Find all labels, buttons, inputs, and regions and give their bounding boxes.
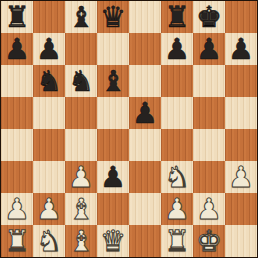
square-d7[interactable]: [97, 33, 129, 65]
white-king-g1[interactable]: ♚: [193, 225, 225, 257]
square-f7[interactable]: ♟: [161, 33, 193, 65]
black-knight-b6[interactable]: ♞: [33, 65, 65, 97]
square-d8[interactable]: ♛: [97, 1, 129, 33]
square-g1[interactable]: ♚: [193, 225, 225, 257]
square-e2[interactable]: [129, 193, 161, 225]
square-a8[interactable]: ♜: [1, 1, 33, 33]
square-e7[interactable]: [129, 33, 161, 65]
square-h4[interactable]: [225, 129, 257, 161]
white-pawn-c3[interactable]: ♟: [65, 161, 97, 193]
square-g4[interactable]: [193, 129, 225, 161]
white-pawn-f2[interactable]: ♟: [161, 193, 193, 225]
white-bishop-c2[interactable]: ♝: [65, 193, 97, 225]
black-rook-a8[interactable]: ♜: [1, 1, 33, 33]
square-b3[interactable]: [33, 161, 65, 193]
square-a4[interactable]: [1, 129, 33, 161]
black-pawn-e5[interactable]: ♟: [129, 97, 161, 129]
black-pawn-g7[interactable]: ♟: [193, 33, 225, 65]
square-f6[interactable]: [161, 65, 193, 97]
chess-board-window: ♜♝♛♜♚♟♟♟♟♟♞♞♝♟♟♟♞♟♟♟♝♟♟♜♞♝♛♜♚: [0, 0, 258, 258]
square-d6[interactable]: ♝: [97, 65, 129, 97]
square-f3[interactable]: ♞: [161, 161, 193, 193]
square-a6[interactable]: [1, 65, 33, 97]
black-bishop-c8[interactable]: ♝: [65, 1, 97, 33]
square-c5[interactable]: [65, 97, 97, 129]
black-king-g8[interactable]: ♚: [193, 1, 225, 33]
white-rook-f1[interactable]: ♜: [161, 225, 193, 257]
white-knight-b1[interactable]: ♞: [33, 225, 65, 257]
square-e1[interactable]: [129, 225, 161, 257]
square-b5[interactable]: [33, 97, 65, 129]
white-bishop-c1[interactable]: ♝: [65, 225, 97, 257]
square-d5[interactable]: [97, 97, 129, 129]
black-pawn-f7[interactable]: ♟: [161, 33, 193, 65]
square-e8[interactable]: [129, 1, 161, 33]
square-g5[interactable]: [193, 97, 225, 129]
square-h6[interactable]: [225, 65, 257, 97]
square-h3[interactable]: ♟: [225, 161, 257, 193]
white-pawn-a2[interactable]: ♟: [1, 193, 33, 225]
square-c4[interactable]: [65, 129, 97, 161]
square-d1[interactable]: ♛: [97, 225, 129, 257]
square-c7[interactable]: [65, 33, 97, 65]
white-rook-a1[interactable]: ♜: [1, 225, 33, 257]
square-e5[interactable]: ♟: [129, 97, 161, 129]
square-a3[interactable]: [1, 161, 33, 193]
square-f8[interactable]: ♜: [161, 1, 193, 33]
square-h5[interactable]: [225, 97, 257, 129]
white-knight-f3[interactable]: ♞: [161, 161, 193, 193]
square-b7[interactable]: ♟: [33, 33, 65, 65]
square-a1[interactable]: ♜: [1, 225, 33, 257]
square-f2[interactable]: ♟: [161, 193, 193, 225]
square-c2[interactable]: ♝: [65, 193, 97, 225]
square-g8[interactable]: ♚: [193, 1, 225, 33]
black-pawn-h7[interactable]: ♟: [225, 33, 257, 65]
square-h1[interactable]: [225, 225, 257, 257]
square-b8[interactable]: [33, 1, 65, 33]
square-a2[interactable]: ♟: [1, 193, 33, 225]
square-g2[interactable]: ♟: [193, 193, 225, 225]
black-rook-f8[interactable]: ♜: [161, 1, 193, 33]
square-b6[interactable]: ♞: [33, 65, 65, 97]
black-knight-c6[interactable]: ♞: [65, 65, 97, 97]
square-f1[interactable]: ♜: [161, 225, 193, 257]
square-a5[interactable]: [1, 97, 33, 129]
black-pawn-b7[interactable]: ♟: [33, 33, 65, 65]
square-g6[interactable]: [193, 65, 225, 97]
square-g7[interactable]: ♟: [193, 33, 225, 65]
white-queen-d1[interactable]: ♛: [97, 225, 129, 257]
square-d2[interactable]: [97, 193, 129, 225]
square-h7[interactable]: ♟: [225, 33, 257, 65]
black-pawn-d3[interactable]: ♟: [97, 161, 129, 193]
square-f4[interactable]: [161, 129, 193, 161]
white-pawn-g2[interactable]: ♟: [193, 193, 225, 225]
black-pawn-a7[interactable]: ♟: [1, 33, 33, 65]
square-h8[interactable]: [225, 1, 257, 33]
square-b1[interactable]: ♞: [33, 225, 65, 257]
square-d4[interactable]: [97, 129, 129, 161]
square-e4[interactable]: [129, 129, 161, 161]
square-h2[interactable]: [225, 193, 257, 225]
white-pawn-h3[interactable]: ♟: [225, 161, 257, 193]
square-d3[interactable]: ♟: [97, 161, 129, 193]
black-bishop-d6[interactable]: ♝: [97, 65, 129, 97]
square-c6[interactable]: ♞: [65, 65, 97, 97]
square-c3[interactable]: ♟: [65, 161, 97, 193]
white-pawn-b2[interactable]: ♟: [33, 193, 65, 225]
square-e6[interactable]: [129, 65, 161, 97]
square-b2[interactable]: ♟: [33, 193, 65, 225]
square-e3[interactable]: [129, 161, 161, 193]
square-c8[interactable]: ♝: [65, 1, 97, 33]
square-f5[interactable]: [161, 97, 193, 129]
square-c1[interactable]: ♝: [65, 225, 97, 257]
black-queen-d8[interactable]: ♛: [97, 1, 129, 33]
square-a7[interactable]: ♟: [1, 33, 33, 65]
chess-board[interactable]: ♜♝♛♜♚♟♟♟♟♟♞♞♝♟♟♟♞♟♟♟♝♟♟♜♞♝♛♜♚: [0, 0, 258, 258]
square-g3[interactable]: [193, 161, 225, 193]
square-b4[interactable]: [33, 129, 65, 161]
